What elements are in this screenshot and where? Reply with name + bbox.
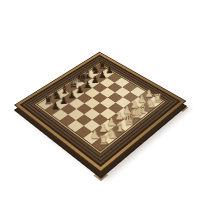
product-photo-chess-set: ♜♞♝♛♚♝♞♜♟♟♟♟♟♟♟♟♟♟♟♟♟♟♟♟♜♞♝♛♚♝♞♜	[0, 0, 200, 200]
board-outer-trim: ♜♞♝♛♚♝♞♜♟♟♟♟♟♟♟♟♟♟♟♟♟♟♟♟♜♞♝♛♚♝♞♜	[14, 52, 186, 172]
chess-board: ♜♞♝♛♚♝♞♜♟♟♟♟♟♟♟♟♟♟♟♟♟♟♟♟♜♞♝♛♚♝♞♜	[14, 52, 186, 172]
square-h1: ♜	[147, 97, 163, 108]
board-frame: ♜♞♝♛♚♝♞♜♟♟♟♟♟♟♟♟♟♟♟♟♟♟♟♟♜♞♝♛♚♝♞♜	[20, 55, 181, 167]
square-g1: ♞	[140, 102, 156, 113]
piece-white-rook: ♜	[152, 93, 163, 104]
